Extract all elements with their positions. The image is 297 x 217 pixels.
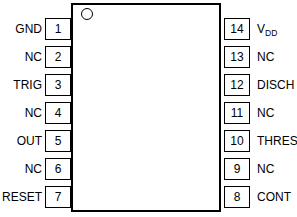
pin-label-11: NC	[257, 102, 274, 124]
pin-label-7: RESET	[0, 186, 42, 208]
vdd-label-base: V	[257, 22, 265, 36]
pin-box-4: 4	[45, 102, 71, 124]
pin-box-5: 5	[45, 130, 71, 152]
pin-label-4: NC	[0, 102, 42, 124]
pin-box-11: 11	[224, 102, 250, 124]
pin-box-1: 1	[45, 18, 71, 40]
vdd-label-subscript: DD	[265, 28, 277, 38]
pin-label-9: NC	[257, 158, 274, 180]
pin-label-13: NC	[257, 46, 274, 68]
pin-box-6: 6	[45, 158, 71, 180]
ic-pinout-diagram: GND 1 NC 2 TRIG 3 NC 4 OUT 5 NC 6 RESET …	[0, 0, 297, 217]
pin-box-3: 3	[45, 74, 71, 96]
pin-box-2: 2	[45, 46, 71, 68]
pin-label-6: NC	[0, 158, 42, 180]
pin-box-10: 10	[224, 130, 250, 152]
pin-label-12: DISCH	[257, 74, 294, 96]
pin-label-5: OUT	[0, 130, 42, 152]
pin1-indicator-circle	[81, 8, 93, 20]
pin-box-14: 14	[224, 18, 250, 40]
pin-box-13: 13	[224, 46, 250, 68]
pin-label-10: THRES	[257, 130, 297, 152]
pin-box-8: 8	[224, 186, 250, 208]
pin-label-1: GND	[0, 18, 42, 40]
pin-box-7: 7	[45, 186, 71, 208]
pin-box-9: 9	[224, 158, 250, 180]
pin-label-14: VDD	[257, 18, 277, 40]
pin-label-3: TRIG	[0, 74, 42, 96]
pin-label-2: NC	[0, 46, 42, 68]
pin-box-12: 12	[224, 74, 250, 96]
ic-body	[71, 3, 221, 212]
pin-label-8: CONT	[257, 186, 291, 208]
